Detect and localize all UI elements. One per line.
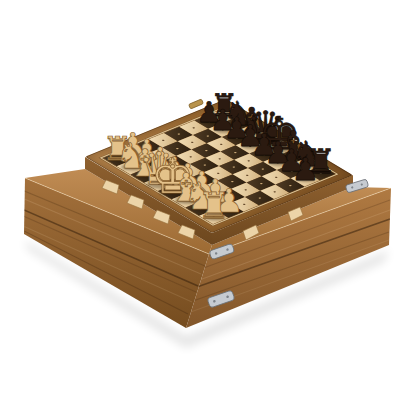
black-pawn-glyph: ♟	[291, 154, 319, 185]
product-photo-scene: ♜♞♝♛♚♝♞♜♟♟♟♟♟♟♟♟♟♟♟♟♟♟♟♟♜♞♝♛♚♝♞♜	[0, 0, 400, 400]
white-rook-glyph: ♜	[198, 187, 230, 223]
pieces-layer: ♜♞♝♛♚♝♞♜♟♟♟♟♟♟♟♟♟♟♟♟♟♟♟♟♜♞♝♛♚♝♞♜	[0, 0, 400, 400]
